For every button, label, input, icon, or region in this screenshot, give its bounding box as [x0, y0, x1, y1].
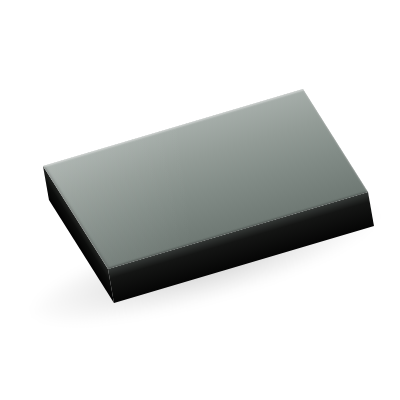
product-photo: [0, 0, 400, 400]
